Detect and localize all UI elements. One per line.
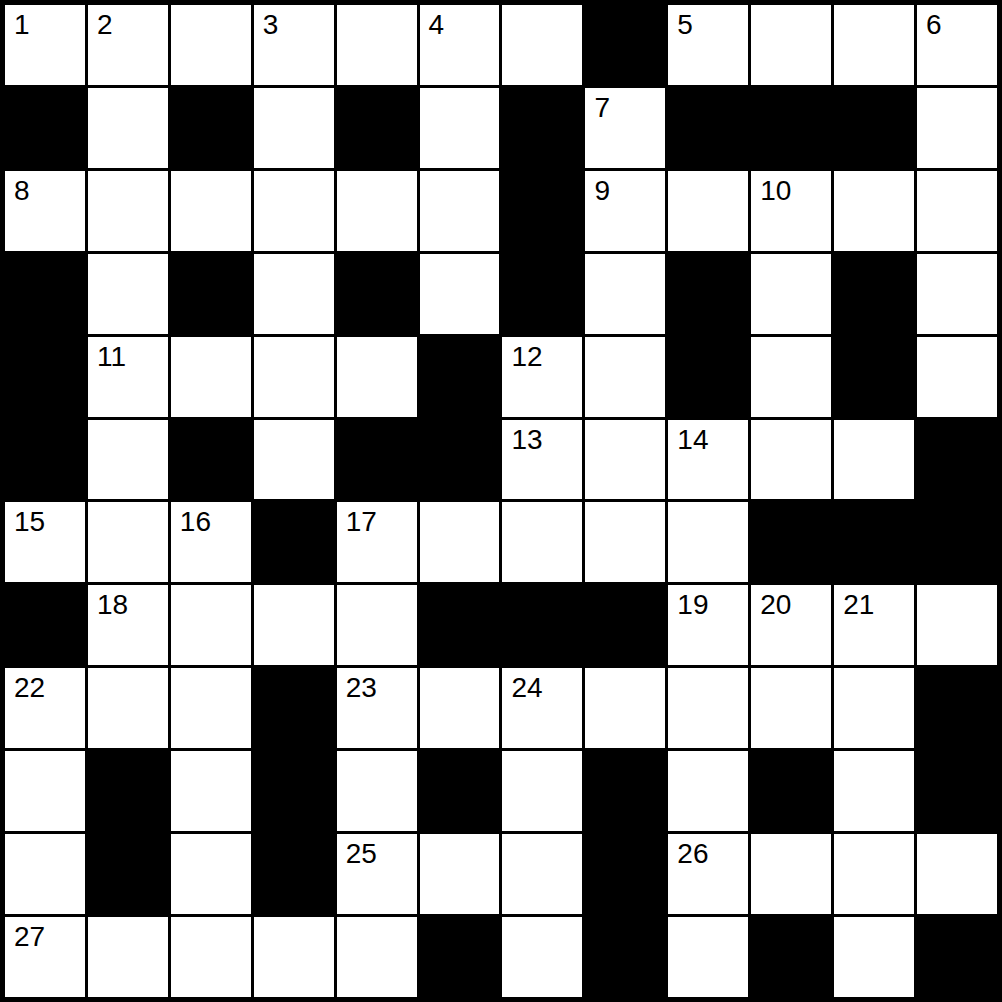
white-cell-r3-c9[interactable] (751, 254, 831, 334)
white-cell-r11-c8[interactable] (668, 917, 748, 997)
white-cell-r2-c3[interactable] (254, 171, 334, 251)
black-cell-r9-c7 (585, 751, 665, 831)
white-cell-r7-c8[interactable]: 19 (668, 585, 748, 665)
clue-number: 25 (346, 840, 377, 868)
white-cell-r1-c5[interactable] (420, 88, 500, 168)
white-cell-r3-c1[interactable] (88, 254, 168, 334)
clue-number: 4 (429, 11, 445, 39)
white-cell-r2-c1[interactable] (88, 171, 168, 251)
black-cell-r5-c5 (420, 420, 500, 500)
white-cell-r10-c8[interactable]: 26 (668, 834, 748, 914)
black-cell-r1-c4 (337, 88, 417, 168)
white-cell-r10-c2[interactable] (171, 834, 251, 914)
clue-number: 23 (346, 674, 377, 702)
white-cell-r4-c2[interactable] (171, 337, 251, 417)
white-cell-r0-c5[interactable]: 4 (420, 5, 500, 85)
clue-number: 18 (97, 591, 128, 619)
clue-number: 27 (14, 923, 45, 951)
black-cell-r9-c11 (917, 751, 997, 831)
white-cell-r8-c7[interactable] (585, 668, 665, 748)
white-cell-r9-c2[interactable] (171, 751, 251, 831)
white-cell-r2-c5[interactable] (420, 171, 500, 251)
white-cell-r5-c6[interactable]: 13 (502, 420, 582, 500)
clue-number: 3 (263, 11, 279, 39)
white-cell-r0-c8[interactable]: 5 (668, 5, 748, 85)
white-cell-r1-c1[interactable] (88, 88, 168, 168)
white-cell-r11-c0[interactable]: 27 (5, 917, 85, 997)
clue-number: 5 (677, 11, 693, 39)
black-cell-r4-c8 (668, 337, 748, 417)
white-cell-r7-c9[interactable]: 20 (751, 585, 831, 665)
white-cell-r0-c1[interactable]: 2 (88, 5, 168, 85)
white-cell-r3-c11[interactable] (917, 254, 997, 334)
clue-number: 14 (677, 426, 708, 454)
white-cell-r6-c2[interactable]: 16 (171, 502, 251, 582)
black-cell-r3-c2 (171, 254, 251, 334)
white-cell-r8-c1[interactable] (88, 668, 168, 748)
white-cell-r9-c4[interactable] (337, 751, 417, 831)
white-cell-r8-c10[interactable] (834, 668, 914, 748)
white-cell-r8-c4[interactable]: 23 (337, 668, 417, 748)
black-cell-r6-c11 (917, 502, 997, 582)
black-cell-r1-c8 (668, 88, 748, 168)
white-cell-r6-c5[interactable] (420, 502, 500, 582)
black-cell-r1-c10 (834, 88, 914, 168)
crossword-grid: 1234567891011121314151617181920212223242… (0, 0, 1002, 1002)
white-cell-r2-c4[interactable] (337, 171, 417, 251)
white-cell-r7-c10[interactable]: 21 (834, 585, 914, 665)
black-cell-r1-c9 (751, 88, 831, 168)
black-cell-r11-c9 (751, 917, 831, 997)
white-cell-r2-c9[interactable]: 10 (751, 171, 831, 251)
black-cell-r7-c6 (502, 585, 582, 665)
black-cell-r10-c7 (585, 834, 665, 914)
white-cell-r10-c6[interactable] (502, 834, 582, 914)
white-cell-r2-c8[interactable] (668, 171, 748, 251)
clue-number: 2 (97, 11, 113, 39)
white-cell-r11-c1[interactable] (88, 917, 168, 997)
white-cell-r0-c3[interactable]: 3 (254, 5, 334, 85)
white-cell-r8-c8[interactable] (668, 668, 748, 748)
white-cell-r1-c3[interactable] (254, 88, 334, 168)
white-cell-r6-c7[interactable] (585, 502, 665, 582)
black-cell-r5-c4 (337, 420, 417, 500)
white-cell-r3-c5[interactable] (420, 254, 500, 334)
white-cell-r7-c4[interactable] (337, 585, 417, 665)
white-cell-r0-c4[interactable] (337, 5, 417, 85)
white-cell-r5-c7[interactable] (585, 420, 665, 500)
black-cell-r3-c8 (668, 254, 748, 334)
white-cell-r4-c9[interactable] (751, 337, 831, 417)
white-cell-r0-c6[interactable] (502, 5, 582, 85)
white-cell-r10-c11[interactable] (917, 834, 997, 914)
black-cell-r10-c3 (254, 834, 334, 914)
white-cell-r10-c0[interactable] (5, 834, 85, 914)
white-cell-r8-c5[interactable] (420, 668, 500, 748)
black-cell-r1-c6 (502, 88, 582, 168)
white-cell-r11-c2[interactable] (171, 917, 251, 997)
white-cell-r11-c6[interactable] (502, 917, 582, 997)
white-cell-r6-c6[interactable] (502, 502, 582, 582)
clue-number: 1 (14, 11, 30, 39)
clue-number: 7 (594, 94, 610, 122)
black-cell-r5-c11 (917, 420, 997, 500)
white-cell-r11-c3[interactable] (254, 917, 334, 997)
clue-number: 17 (346, 508, 377, 536)
white-cell-r4-c3[interactable] (254, 337, 334, 417)
clue-number: 16 (180, 508, 211, 536)
black-cell-r0-c7 (585, 5, 665, 85)
clue-number: 20 (760, 591, 791, 619)
black-cell-r5-c0 (5, 420, 85, 500)
clue-number: 9 (594, 177, 610, 205)
white-cell-r0-c2[interactable] (171, 5, 251, 85)
white-cell-r2-c7[interactable]: 9 (585, 171, 665, 251)
white-cell-r2-c11[interactable] (917, 171, 997, 251)
clue-number: 24 (511, 674, 542, 702)
black-cell-r11-c11 (917, 917, 997, 997)
black-cell-r1-c0 (5, 88, 85, 168)
black-cell-r3-c4 (337, 254, 417, 334)
white-cell-r0-c10[interactable] (834, 5, 914, 85)
black-cell-r4-c5 (420, 337, 500, 417)
white-cell-r7-c3[interactable] (254, 585, 334, 665)
white-cell-r6-c1[interactable] (88, 502, 168, 582)
white-cell-r6-c4[interactable]: 17 (337, 502, 417, 582)
white-cell-r11-c10[interactable] (834, 917, 914, 997)
white-cell-r9-c10[interactable] (834, 751, 914, 831)
white-cell-r4-c7[interactable] (585, 337, 665, 417)
white-cell-r5-c1[interactable] (88, 420, 168, 500)
black-cell-r9-c9 (751, 751, 831, 831)
white-cell-r8-c0[interactable]: 22 (5, 668, 85, 748)
white-cell-r4-c1[interactable]: 11 (88, 337, 168, 417)
white-cell-r0-c9[interactable] (751, 5, 831, 85)
black-cell-r7-c5 (420, 585, 500, 665)
black-cell-r11-c5 (420, 917, 500, 997)
white-cell-r11-c4[interactable] (337, 917, 417, 997)
white-cell-r1-c11[interactable] (917, 88, 997, 168)
white-cell-r10-c5[interactable] (420, 834, 500, 914)
clue-number: 21 (843, 591, 874, 619)
clue-number: 10 (760, 177, 791, 205)
white-cell-r7-c2[interactable] (171, 585, 251, 665)
white-cell-r6-c8[interactable] (668, 502, 748, 582)
white-cell-r10-c9[interactable] (751, 834, 831, 914)
black-cell-r5-c2 (171, 420, 251, 500)
white-cell-r7-c11[interactable] (917, 585, 997, 665)
black-cell-r8-c11 (917, 668, 997, 748)
clue-number: 15 (14, 508, 45, 536)
white-cell-r8-c6[interactable]: 24 (502, 668, 582, 748)
white-cell-r0-c0[interactable]: 1 (5, 5, 85, 85)
white-cell-r1-c7[interactable]: 7 (585, 88, 665, 168)
black-cell-r4-c0 (5, 337, 85, 417)
clue-number: 19 (677, 591, 708, 619)
white-cell-r9-c0[interactable] (5, 751, 85, 831)
white-cell-r4-c4[interactable] (337, 337, 417, 417)
white-cell-r8-c9[interactable] (751, 668, 831, 748)
clue-number: 12 (511, 343, 542, 371)
black-cell-r10-c1 (88, 834, 168, 914)
white-cell-r2-c10[interactable] (834, 171, 914, 251)
white-cell-r4-c11[interactable] (917, 337, 997, 417)
white-cell-r5-c3[interactable] (254, 420, 334, 500)
clue-number: 8 (14, 177, 30, 205)
white-cell-r6-c0[interactable]: 15 (5, 502, 85, 582)
white-cell-r0-c11[interactable]: 6 (917, 5, 997, 85)
black-cell-r3-c10 (834, 254, 914, 334)
white-cell-r7-c1[interactable]: 18 (88, 585, 168, 665)
white-cell-r5-c9[interactable] (751, 420, 831, 500)
black-cell-r9-c5 (420, 751, 500, 831)
black-cell-r3-c0 (5, 254, 85, 334)
black-cell-r1-c2 (171, 88, 251, 168)
white-cell-r5-c10[interactable] (834, 420, 914, 500)
clue-number: 11 (97, 343, 126, 371)
white-cell-r10-c4[interactable]: 25 (337, 834, 417, 914)
black-cell-r6-c3 (254, 502, 334, 582)
clue-number: 22 (14, 674, 45, 702)
white-cell-r2-c2[interactable] (171, 171, 251, 251)
white-cell-r4-c6[interactable]: 12 (502, 337, 582, 417)
clue-number: 13 (511, 426, 542, 454)
white-cell-r2-c0[interactable]: 8 (5, 171, 85, 251)
white-cell-r5-c8[interactable]: 14 (668, 420, 748, 500)
clue-number: 26 (677, 840, 708, 868)
white-cell-r3-c3[interactable] (254, 254, 334, 334)
black-cell-r6-c10 (834, 502, 914, 582)
black-cell-r7-c0 (5, 585, 85, 665)
white-cell-r9-c6[interactable] (502, 751, 582, 831)
black-cell-r7-c7 (585, 585, 665, 665)
black-cell-r11-c7 (585, 917, 665, 997)
black-cell-r4-c10 (834, 337, 914, 417)
white-cell-r10-c10[interactable] (834, 834, 914, 914)
black-cell-r8-c3 (254, 668, 334, 748)
black-cell-r2-c6 (502, 171, 582, 251)
black-cell-r3-c6 (502, 254, 582, 334)
black-cell-r9-c3 (254, 751, 334, 831)
white-cell-r8-c2[interactable] (171, 668, 251, 748)
white-cell-r9-c8[interactable] (668, 751, 748, 831)
clue-number: 6 (926, 11, 942, 39)
black-cell-r6-c9 (751, 502, 831, 582)
black-cell-r9-c1 (88, 751, 168, 831)
white-cell-r3-c7[interactable] (585, 254, 665, 334)
